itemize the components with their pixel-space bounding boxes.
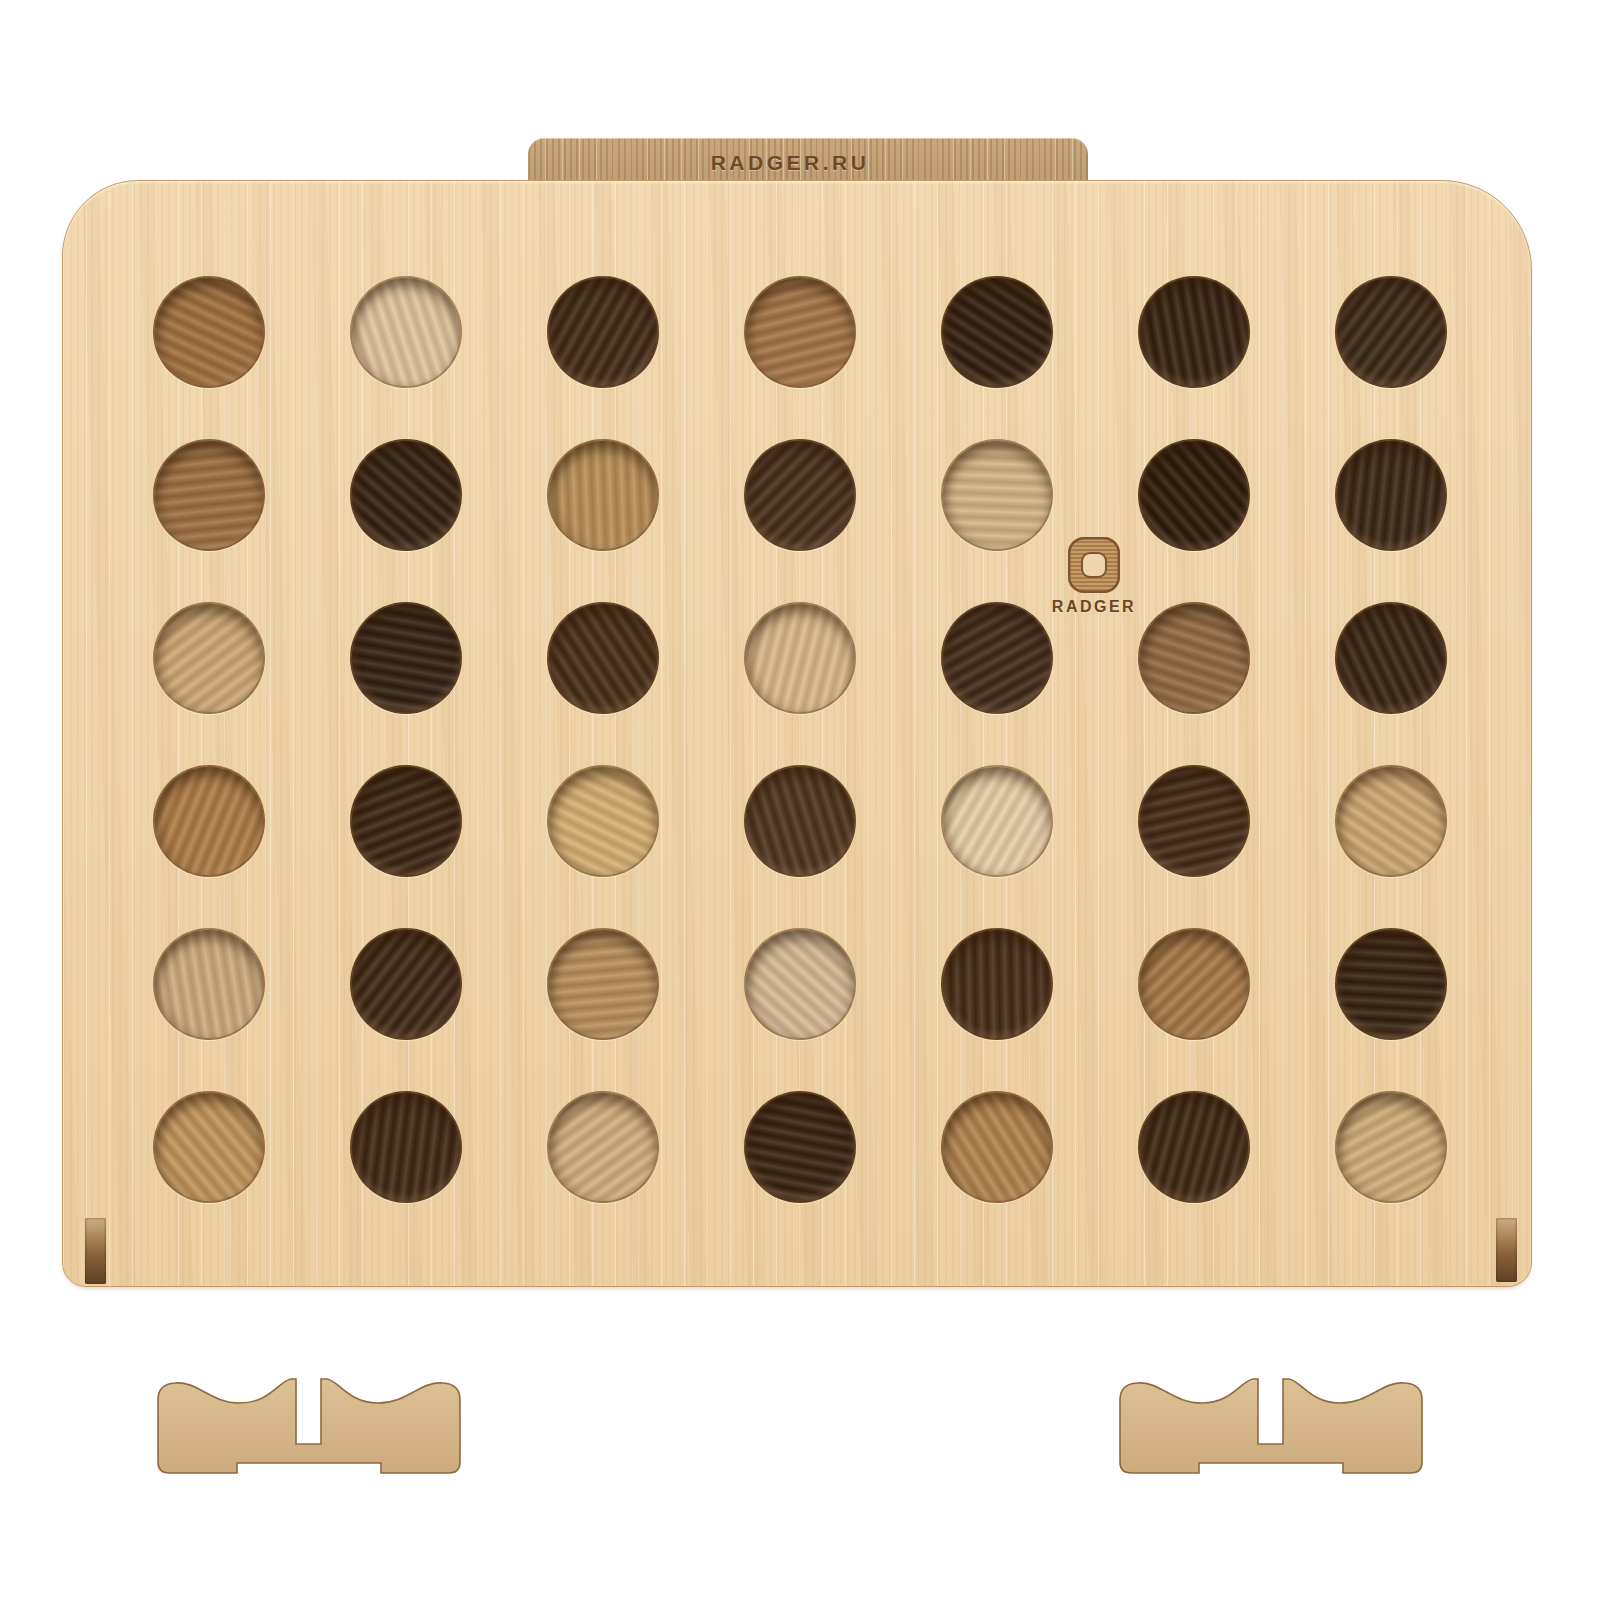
cell-r3-c2-dark-disc[interactable] xyxy=(350,602,462,714)
cell-r5-c4-light-disc[interactable] xyxy=(744,928,856,1040)
cell-r1-c5-dark-disc[interactable] xyxy=(941,276,1053,388)
stand-slot-right xyxy=(1496,1218,1517,1282)
cell-r5-c1-light-disc[interactable] xyxy=(153,928,265,1040)
cell-r2-c1-medium-disc[interactable] xyxy=(153,439,265,551)
cell-r1-c3-dark-disc[interactable] xyxy=(547,276,659,388)
radger-logo-icon-hole xyxy=(1083,554,1105,576)
cell-r1-c1-medium-disc[interactable] xyxy=(153,276,265,388)
cell-r3-c7-dark-disc[interactable] xyxy=(1335,602,1447,714)
cell-r6-c7-light-disc[interactable] xyxy=(1335,1091,1447,1203)
cell-r4-c4-dark-disc[interactable] xyxy=(744,765,856,877)
cell-r4-c5-light-disc[interactable] xyxy=(941,765,1053,877)
cell-r6-c3-light-disc[interactable] xyxy=(547,1091,659,1203)
radger-logo-icon xyxy=(1068,537,1120,593)
stand-foot-left xyxy=(148,1366,470,1488)
cell-r5-c7-dark-disc[interactable] xyxy=(1335,928,1447,1040)
cell-r2-c2-dark-disc[interactable] xyxy=(350,439,462,551)
cell-r3-c1-light-disc[interactable] xyxy=(153,602,265,714)
stand-slot-left xyxy=(85,1218,106,1284)
stand-foot-shape xyxy=(158,1379,460,1473)
cell-r2-c3-medium-disc[interactable] xyxy=(547,439,659,551)
cell-r4-c3-light-disc[interactable] xyxy=(547,765,659,877)
cell-r5-c2-dark-disc[interactable] xyxy=(350,928,462,1040)
cell-r4-c6-dark-disc[interactable] xyxy=(1138,765,1250,877)
cell-r2-c6-dark-disc[interactable] xyxy=(1138,439,1250,551)
cell-r6-c2-dark-disc[interactable] xyxy=(350,1091,462,1203)
cell-r5-c5-dark-disc[interactable] xyxy=(941,928,1053,1040)
cell-r3-c5-dark-disc[interactable] xyxy=(941,602,1053,714)
cell-r6-c1-medium-disc[interactable] xyxy=(153,1091,265,1203)
cell-r2-c5-light-disc[interactable] xyxy=(941,439,1053,551)
board-grid xyxy=(153,276,1447,1203)
cell-r1-c7-dark-disc[interactable] xyxy=(1335,276,1447,388)
cell-r6-c4-dark-disc[interactable] xyxy=(744,1091,856,1203)
cell-r4-c7-light-disc[interactable] xyxy=(1335,765,1447,877)
cell-r4-c1-medium-disc[interactable] xyxy=(153,765,265,877)
cell-r3-c3-dark-disc[interactable] xyxy=(547,602,659,714)
cell-r1-c4-medium-disc[interactable] xyxy=(744,276,856,388)
cell-r1-c6-dark-disc[interactable] xyxy=(1138,276,1250,388)
cell-r4-c2-dark-disc[interactable] xyxy=(350,765,462,877)
cell-r2-c4-dark-disc[interactable] xyxy=(744,439,856,551)
cell-r6-c6-dark-disc[interactable] xyxy=(1138,1091,1250,1203)
cell-r3-c4-light-disc[interactable] xyxy=(744,602,856,714)
connect-four-board: RADGER xyxy=(62,180,1532,1287)
product-photo: RADGER.RU RADGER xyxy=(0,0,1600,1600)
brand-logo: RADGER xyxy=(1023,537,1165,616)
cell-r2-c7-dark-disc[interactable] xyxy=(1335,439,1447,551)
cell-r5-c6-medium-disc[interactable] xyxy=(1138,928,1250,1040)
cell-r1-c2-light-disc[interactable] xyxy=(350,276,462,388)
cell-r3-c6-medium-disc[interactable] xyxy=(1138,602,1250,714)
cell-r5-c3-medium-disc[interactable] xyxy=(547,928,659,1040)
cell-r6-c5-medium-disc[interactable] xyxy=(941,1091,1053,1203)
tab-brand-text: RADGER.RU xyxy=(711,151,870,175)
logo-text: RADGER xyxy=(1023,598,1165,616)
stand-foot-right xyxy=(1110,1366,1432,1488)
stand-foot-shape xyxy=(1120,1379,1422,1473)
